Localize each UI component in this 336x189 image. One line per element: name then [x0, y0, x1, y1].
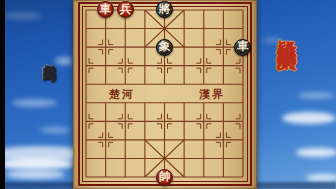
piece-glyph: 帥	[159, 171, 171, 183]
cloud	[0, 158, 75, 170]
piece-black-general[interactable]: 將	[156, 1, 173, 18]
channel-caption: 象棋刘正哥	[43, 53, 56, 60]
piece-glyph: 兵	[119, 4, 131, 16]
piece-red-chariot[interactable]: 車	[97, 1, 114, 18]
cloud	[306, 174, 336, 181]
left-edge-bar	[0, 0, 5, 189]
piece-red-general[interactable]: 帥	[156, 169, 173, 186]
piece-black-elephant[interactable]: 象	[156, 39, 173, 56]
pieces-layer: 車兵將象車帥	[76, 1, 253, 187]
piece-glyph: 車	[237, 41, 249, 53]
cloud	[12, 99, 57, 107]
piece-red-soldier[interactable]: 兵	[117, 1, 134, 18]
cloud	[298, 92, 334, 99]
cloud	[55, 57, 73, 65]
cloud	[262, 38, 284, 43]
video-frame: 象棋刘正哥 疑难绝妙实用 楚河 漢界 車兵將象車帥	[0, 0, 336, 189]
cloud	[5, 170, 65, 179]
xiangqi-board[interactable]: 楚河 漢界 車兵將象車帥	[73, 0, 257, 189]
piece-glyph: 車	[100, 4, 112, 16]
piece-glyph: 象	[159, 41, 171, 53]
title-caption: 疑难绝妙实用	[277, 24, 297, 37]
cloud	[282, 112, 336, 124]
cloud	[40, 127, 70, 133]
piece-black-chariot[interactable]: 車	[234, 39, 251, 56]
cloud	[2, 12, 42, 20]
piece-glyph: 將	[159, 4, 171, 16]
cloud	[296, 148, 336, 157]
